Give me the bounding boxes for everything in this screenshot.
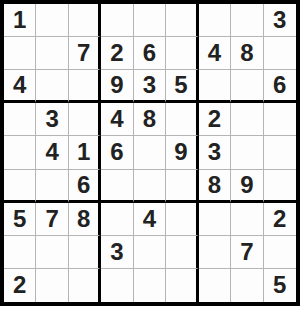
- cell-r4c1[interactable]: [4, 103, 36, 136]
- cell-r3c7[interactable]: [199, 70, 231, 103]
- cell-r5c7: 3: [199, 136, 231, 169]
- cell-r3c5: 3: [134, 70, 166, 103]
- cell-r8c3[interactable]: [69, 236, 101, 269]
- cell-r2c5: 6: [134, 37, 166, 70]
- cell-r5c5[interactable]: [134, 136, 166, 169]
- cell-r7c7[interactable]: [199, 203, 231, 236]
- cell-r7c3: 8: [69, 203, 101, 236]
- cell-r5c9[interactable]: [264, 136, 296, 169]
- cell-r2c8: 8: [231, 37, 263, 70]
- cell-r4c4: 4: [101, 103, 133, 136]
- cell-r9c5[interactable]: [134, 269, 166, 302]
- cell-r9c4[interactable]: [101, 269, 133, 302]
- cell-r4c3[interactable]: [69, 103, 101, 136]
- cell-r3c4: 9: [101, 70, 133, 103]
- cell-r3c1: 4: [4, 70, 36, 103]
- cell-r7c1: 5: [4, 203, 36, 236]
- cell-r5c1[interactable]: [4, 136, 36, 169]
- cell-r9c6[interactable]: [166, 269, 198, 302]
- cell-r9c7[interactable]: [199, 269, 231, 302]
- cell-r8c2[interactable]: [36, 236, 68, 269]
- cell-r7c4[interactable]: [101, 203, 133, 236]
- cell-r6c6[interactable]: [166, 170, 198, 203]
- cell-r7c2: 7: [36, 203, 68, 236]
- cell-r6c8: 9: [231, 170, 263, 203]
- cell-r2c9[interactable]: [264, 37, 296, 70]
- cell-r5c3: 1: [69, 136, 101, 169]
- cell-r3c6: 5: [166, 70, 198, 103]
- cell-r5c6: 9: [166, 136, 198, 169]
- cell-r1c7[interactable]: [199, 4, 231, 37]
- cell-r9c9: 5: [264, 269, 296, 302]
- cell-r6c9[interactable]: [264, 170, 296, 203]
- cell-r2c4: 2: [101, 37, 133, 70]
- sudoku-page: 137264849356348241693689578423725: [0, 0, 300, 310]
- cell-r8c5[interactable]: [134, 236, 166, 269]
- cell-r2c6[interactable]: [166, 37, 198, 70]
- sudoku-board: 137264849356348241693689578423725: [0, 0, 300, 306]
- cell-r8c8: 7: [231, 236, 263, 269]
- cell-r1c9: 3: [264, 4, 296, 37]
- cell-r6c4[interactable]: [101, 170, 133, 203]
- cell-r2c2[interactable]: [36, 37, 68, 70]
- cell-r3c3[interactable]: [69, 70, 101, 103]
- cell-r8c9[interactable]: [264, 236, 296, 269]
- cell-r7c8[interactable]: [231, 203, 263, 236]
- cell-r1c6[interactable]: [166, 4, 198, 37]
- cell-r4c6[interactable]: [166, 103, 198, 136]
- cell-r8c7[interactable]: [199, 236, 231, 269]
- cell-r1c2[interactable]: [36, 4, 68, 37]
- cell-r4c9[interactable]: [264, 103, 296, 136]
- cell-r1c4[interactable]: [101, 4, 133, 37]
- cell-r4c8[interactable]: [231, 103, 263, 136]
- cell-r2c3: 7: [69, 37, 101, 70]
- cell-r6c3: 6: [69, 170, 101, 203]
- cell-r8c6[interactable]: [166, 236, 198, 269]
- cell-r2c7: 4: [199, 37, 231, 70]
- cell-r7c6[interactable]: [166, 203, 198, 236]
- cell-r5c4: 6: [101, 136, 133, 169]
- cell-r6c1[interactable]: [4, 170, 36, 203]
- cell-r9c1: 2: [4, 269, 36, 302]
- cell-r9c3[interactable]: [69, 269, 101, 302]
- cell-r8c4: 3: [101, 236, 133, 269]
- cell-r5c8[interactable]: [231, 136, 263, 169]
- cell-r4c7: 2: [199, 103, 231, 136]
- cell-r4c2: 3: [36, 103, 68, 136]
- cell-r2c1[interactable]: [4, 37, 36, 70]
- cell-r1c3[interactable]: [69, 4, 101, 37]
- cell-r3c2[interactable]: [36, 70, 68, 103]
- cell-r8c1[interactable]: [4, 236, 36, 269]
- cell-r7c9: 2: [264, 203, 296, 236]
- cell-r6c7: 8: [199, 170, 231, 203]
- cell-r1c1: 1: [4, 4, 36, 37]
- cell-r3c9: 6: [264, 70, 296, 103]
- cell-r9c2[interactable]: [36, 269, 68, 302]
- cell-r5c2: 4: [36, 136, 68, 169]
- cell-r1c8[interactable]: [231, 4, 263, 37]
- cell-r3c8[interactable]: [231, 70, 263, 103]
- cell-r4c5: 8: [134, 103, 166, 136]
- cell-r6c5[interactable]: [134, 170, 166, 203]
- cell-r6c2[interactable]: [36, 170, 68, 203]
- cell-r1c5[interactable]: [134, 4, 166, 37]
- cell-r7c5: 4: [134, 203, 166, 236]
- cell-r9c8[interactable]: [231, 269, 263, 302]
